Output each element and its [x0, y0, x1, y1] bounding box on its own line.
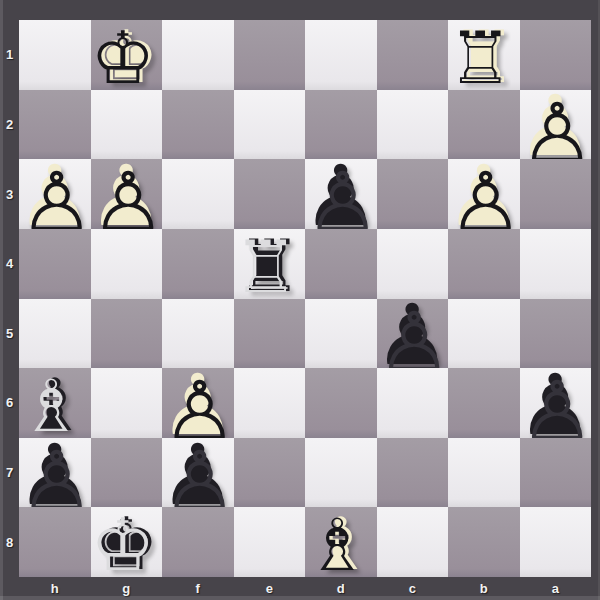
- square-g4[interactable]: [91, 229, 163, 299]
- square-b3[interactable]: ♟♙: [448, 159, 520, 229]
- file-label-b: b: [448, 577, 520, 600]
- square-d4[interactable]: [305, 229, 377, 299]
- square-h8[interactable]: [19, 507, 91, 577]
- square-c1[interactable]: [377, 20, 449, 90]
- piece-white-pawn-b3[interactable]: ♟♙: [448, 161, 520, 231]
- square-f1[interactable]: [162, 20, 234, 90]
- square-g5[interactable]: [91, 299, 163, 369]
- chess-board-frame: 12345678 ♚♔♜♖♟♙♟♙♟♙♟♙♟♙♜♖♟♙♝♗♟♙♟♙♟♙♟♙♚♔♝…: [0, 0, 600, 600]
- square-a3[interactable]: [520, 159, 592, 229]
- square-h3[interactable]: ♟♙: [19, 159, 91, 229]
- file-label-d: d: [305, 577, 377, 600]
- chess-board: ♚♔♜♖♟♙♟♙♟♙♟♙♟♙♜♖♟♙♝♗♟♙♟♙♟♙♟♙♚♔♝♗: [19, 20, 591, 577]
- black-pawn-outline-glyph: ♙: [377, 301, 449, 371]
- file-label-c: c: [377, 577, 449, 600]
- black-pawn-outline-glyph: ♙: [305, 161, 377, 231]
- rank-label-1: 1: [0, 20, 19, 90]
- square-f3[interactable]: [162, 159, 234, 229]
- piece-black-pawn-a6[interactable]: ♟♙: [520, 370, 592, 440]
- square-e6[interactable]: [234, 368, 306, 438]
- square-a7[interactable]: [520, 438, 592, 508]
- piece-black-pawn-h7[interactable]: ♟♙: [19, 440, 91, 510]
- black-king-outline-glyph: ♔: [91, 509, 163, 579]
- square-b6[interactable]: [448, 368, 520, 438]
- square-b7[interactable]: [448, 438, 520, 508]
- square-c5[interactable]: ♟♙: [377, 299, 449, 369]
- file-label-g: g: [91, 577, 163, 600]
- square-d3[interactable]: ♟♙: [305, 159, 377, 229]
- black-pawn-outline-glyph: ♙: [19, 440, 91, 510]
- square-e7[interactable]: [234, 438, 306, 508]
- square-c8[interactable]: [377, 507, 449, 577]
- square-e3[interactable]: [234, 159, 306, 229]
- square-a8[interactable]: [520, 507, 592, 577]
- file-label-a: a: [520, 577, 592, 600]
- square-a2[interactable]: ♟♙: [520, 90, 592, 160]
- square-g3[interactable]: ♟♙: [91, 159, 163, 229]
- square-f7[interactable]: ♟♙: [162, 438, 234, 508]
- black-pawn-outline-glyph: ♙: [520, 370, 592, 440]
- square-d8[interactable]: ♝♗: [305, 507, 377, 577]
- piece-white-bishop-d8[interactable]: ♝♗: [305, 509, 377, 579]
- square-d1[interactable]: [305, 20, 377, 90]
- white-king-outline-glyph: ♔: [91, 22, 163, 92]
- square-c3[interactable]: [377, 159, 449, 229]
- square-e4[interactable]: ♜♖: [234, 229, 306, 299]
- square-b4[interactable]: [448, 229, 520, 299]
- piece-black-pawn-c5[interactable]: ♟♙: [377, 301, 449, 371]
- piece-white-pawn-h3[interactable]: ♟♙: [19, 161, 91, 231]
- piece-white-pawn-g3[interactable]: ♟♙: [91, 161, 163, 231]
- piece-black-king-g8[interactable]: ♚♔: [91, 509, 163, 579]
- white-pawn-outline-glyph: ♙: [448, 161, 520, 231]
- square-g7[interactable]: [91, 438, 163, 508]
- square-c2[interactable]: [377, 90, 449, 160]
- square-g1[interactable]: ♚♔: [91, 20, 163, 90]
- file-label-h: h: [19, 577, 91, 600]
- square-f4[interactable]: [162, 229, 234, 299]
- file-label-e: e: [234, 577, 306, 600]
- black-pawn-outline-glyph: ♙: [162, 440, 234, 510]
- square-e5[interactable]: [234, 299, 306, 369]
- white-pawn-outline-glyph: ♙: [19, 161, 91, 231]
- square-a4[interactable]: [520, 229, 592, 299]
- white-bishop-outline-glyph: ♗: [305, 509, 377, 579]
- square-a6[interactable]: ♟♙: [520, 368, 592, 438]
- black-rook-outline-glyph: ♖: [234, 231, 306, 301]
- white-pawn-outline-glyph: ♙: [520, 92, 592, 162]
- square-e1[interactable]: [234, 20, 306, 90]
- file-labels: hgfedcba: [19, 577, 591, 600]
- square-e8[interactable]: [234, 507, 306, 577]
- square-d7[interactable]: [305, 438, 377, 508]
- file-label-f: f: [162, 577, 234, 600]
- square-h4[interactable]: [19, 229, 91, 299]
- piece-white-pawn-a2[interactable]: ♟♙: [520, 92, 592, 162]
- square-d5[interactable]: [305, 299, 377, 369]
- square-c6[interactable]: [377, 368, 449, 438]
- piece-black-pawn-d3[interactable]: ♟♙: [305, 161, 377, 231]
- square-h7[interactable]: ♟♙: [19, 438, 91, 508]
- square-e2[interactable]: [234, 90, 306, 160]
- white-rook-outline-glyph: ♖: [448, 22, 520, 92]
- piece-black-rook-e4[interactable]: ♜♖: [234, 231, 306, 301]
- rank-label-5: 5: [0, 299, 19, 369]
- square-h5[interactable]: [19, 299, 91, 369]
- square-g8[interactable]: ♚♔: [91, 507, 163, 577]
- piece-white-rook-b1[interactable]: ♜♖: [448, 22, 520, 92]
- square-g6[interactable]: [91, 368, 163, 438]
- square-f8[interactable]: [162, 507, 234, 577]
- piece-white-king-g1[interactable]: ♚♔: [91, 22, 163, 92]
- white-pawn-outline-glyph: ♙: [91, 161, 163, 231]
- square-b5[interactable]: [448, 299, 520, 369]
- square-h1[interactable]: [19, 20, 91, 90]
- square-b1[interactable]: ♜♖: [448, 20, 520, 90]
- square-b8[interactable]: [448, 507, 520, 577]
- piece-black-pawn-f7[interactable]: ♟♙: [162, 440, 234, 510]
- square-d6[interactable]: [305, 368, 377, 438]
- square-c7[interactable]: [377, 438, 449, 508]
- square-f2[interactable]: [162, 90, 234, 160]
